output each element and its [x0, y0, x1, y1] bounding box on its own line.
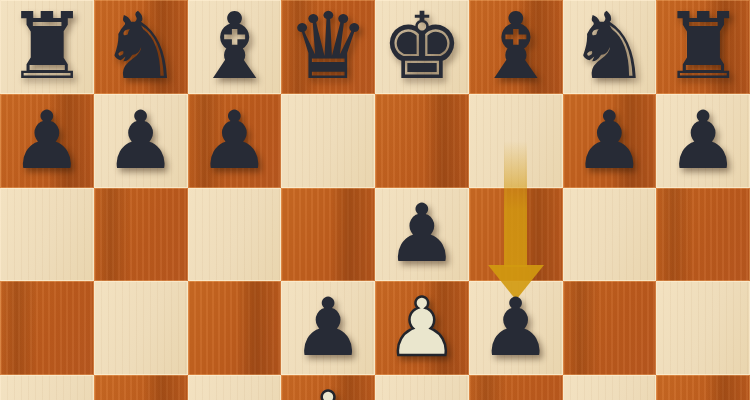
chess-board-viewport: ♜♞♝♛♚♝♞♜♟♟♟♟♟♟♟♟♟♟ [0, 0, 750, 400]
piece-black-pawn-d5[interactable]: ♟ [292, 288, 364, 368]
square-h8[interactable]: ♜ [656, 0, 750, 94]
piece-black-king-e8[interactable]: ♚ [381, 1, 463, 93]
square-a7[interactable]: ♟ [0, 94, 94, 188]
square-f6[interactable] [469, 188, 563, 282]
square-d4[interactable]: ♟ [281, 375, 375, 400]
square-f8[interactable]: ♝ [469, 0, 563, 94]
piece-white-pawn-d4[interactable]: ♟ [292, 382, 364, 400]
square-c7[interactable]: ♟ [188, 94, 282, 188]
square-h5[interactable] [656, 281, 750, 375]
piece-black-pawn-e6[interactable]: ♟ [386, 194, 458, 274]
square-g6[interactable] [563, 188, 657, 282]
square-e5[interactable]: ♟ [375, 281, 469, 375]
square-b4[interactable] [94, 375, 188, 400]
square-f7[interactable] [469, 94, 563, 188]
square-d5[interactable]: ♟ [281, 281, 375, 375]
piece-black-knight-b8[interactable]: ♞ [99, 1, 181, 93]
square-e4[interactable] [375, 375, 469, 400]
square-b8[interactable]: ♞ [94, 0, 188, 94]
piece-black-bishop-c8[interactable]: ♝ [193, 1, 275, 93]
square-e7[interactable] [375, 94, 469, 188]
square-d8[interactable]: ♛ [281, 0, 375, 94]
square-a5[interactable] [0, 281, 94, 375]
square-c5[interactable] [188, 281, 282, 375]
square-e8[interactable]: ♚ [375, 0, 469, 94]
square-g5[interactable] [563, 281, 657, 375]
square-a4[interactable] [0, 375, 94, 400]
chess-board: ♜♞♝♛♚♝♞♜♟♟♟♟♟♟♟♟♟♟ [0, 0, 750, 400]
square-d7[interactable] [281, 94, 375, 188]
square-a8[interactable]: ♜ [0, 0, 94, 94]
square-c6[interactable] [188, 188, 282, 282]
piece-black-pawn-g7[interactable]: ♟ [574, 101, 646, 181]
square-f5[interactable]: ♟ [469, 281, 563, 375]
square-b7[interactable]: ♟ [94, 94, 188, 188]
square-g7[interactable]: ♟ [563, 94, 657, 188]
square-b5[interactable] [94, 281, 188, 375]
piece-white-pawn-e5[interactable]: ♟ [386, 288, 458, 368]
square-b6[interactable] [94, 188, 188, 282]
square-d6[interactable] [281, 188, 375, 282]
square-c4[interactable] [188, 375, 282, 400]
square-g8[interactable]: ♞ [563, 0, 657, 94]
piece-black-pawn-h7[interactable]: ♟ [667, 101, 739, 181]
square-h4[interactable] [656, 375, 750, 400]
square-c8[interactable]: ♝ [188, 0, 282, 94]
piece-black-knight-g8[interactable]: ♞ [568, 1, 650, 93]
square-h7[interactable]: ♟ [656, 94, 750, 188]
square-e6[interactable]: ♟ [375, 188, 469, 282]
piece-black-rook-h8[interactable]: ♜ [662, 1, 744, 93]
square-f4[interactable] [469, 375, 563, 400]
square-g4[interactable] [563, 375, 657, 400]
square-h6[interactable] [656, 188, 750, 282]
piece-black-pawn-b7[interactable]: ♟ [105, 101, 177, 181]
piece-black-pawn-a7[interactable]: ♟ [11, 101, 83, 181]
piece-black-queen-d8[interactable]: ♛ [287, 1, 369, 93]
square-a6[interactable] [0, 188, 94, 282]
piece-black-rook-a8[interactable]: ♜ [6, 1, 88, 93]
piece-black-bishop-f8[interactable]: ♝ [474, 1, 556, 93]
piece-black-pawn-c7[interactable]: ♟ [199, 101, 271, 181]
piece-black-pawn-f5[interactable]: ♟ [480, 288, 552, 368]
